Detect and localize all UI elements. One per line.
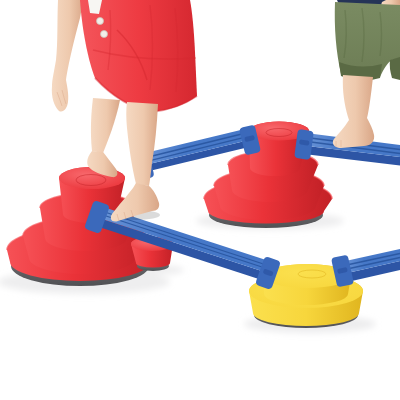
balance-course-photo <box>0 0 400 400</box>
girl-dress-button-1 <box>97 18 104 25</box>
girl-dress-button-2 <box>101 31 108 38</box>
photo-stage <box>0 0 400 400</box>
